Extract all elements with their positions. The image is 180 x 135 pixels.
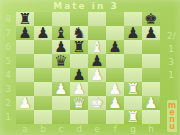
file-label-h: h xyxy=(142,124,160,135)
piece-black-pawn-b7[interactable]: ♟ xyxy=(36,26,49,40)
file-label-a: a xyxy=(16,124,34,135)
square-b6[interactable] xyxy=(34,40,52,54)
square-c3[interactable]: ♟ xyxy=(52,82,70,96)
square-e2[interactable]: ♚ xyxy=(88,96,106,110)
piece-black-pawn-g7[interactable]: ♟ xyxy=(126,26,139,40)
square-c2[interactable] xyxy=(52,96,70,110)
square-g1[interactable]: ♜ xyxy=(124,110,142,124)
rank-label-8: 8 xyxy=(0,12,16,26)
chess-puzzle-app: Mate in 3 87654321 ♜♚♟♟♝♞♟♟♟♜♝♟♛♟♟♟♟♟♟♜♟… xyxy=(0,0,180,135)
chess-board: ♜♚♟♟♝♞♟♟♟♜♝♟♛♟♟♟♟♟♟♜♟♛♚♟♟♜ xyxy=(16,12,160,124)
piece-black-pawn-h7[interactable]: ♟ xyxy=(144,26,157,40)
square-e4[interactable]: ♟ xyxy=(88,68,106,82)
square-f2[interactable]: ♟ xyxy=(106,96,124,110)
piece-white-rook-g1[interactable]: ♜ xyxy=(126,110,139,124)
square-d1[interactable] xyxy=(70,110,88,124)
square-b7[interactable]: ♟ xyxy=(34,26,52,40)
file-label-b: b xyxy=(34,124,52,135)
file-label-g: g xyxy=(124,124,142,135)
square-f8[interactable] xyxy=(106,12,124,26)
square-a4[interactable] xyxy=(16,68,34,82)
piece-white-pawn-f2[interactable]: ♟ xyxy=(108,96,121,110)
square-d6[interactable]: ♜ xyxy=(70,40,88,54)
rank-label-5: 5 xyxy=(0,54,16,68)
piece-white-rook-g3[interactable]: ♜ xyxy=(126,82,139,96)
square-f6[interactable]: ♟ xyxy=(106,40,124,54)
file-label-f: f xyxy=(106,124,124,135)
file-label-e: e xyxy=(88,124,106,135)
square-b4[interactable] xyxy=(34,68,52,82)
rank-label-1: 1 xyxy=(0,110,16,124)
rank-label-3: 3 xyxy=(0,82,16,96)
square-g3[interactable]: ♜ xyxy=(124,82,142,96)
square-b3[interactable] xyxy=(34,82,52,96)
square-a1[interactable] xyxy=(16,110,34,124)
square-g5[interactable] xyxy=(124,54,142,68)
rank-label-6: 6 xyxy=(0,40,16,54)
square-a7[interactable]: ♟ xyxy=(16,26,34,40)
square-b5[interactable] xyxy=(34,54,52,68)
piece-white-pawn-a2[interactable]: ♟ xyxy=(18,96,31,110)
piece-white-pawn-h2[interactable]: ♟ xyxy=(144,96,157,110)
piece-black-rook-d6[interactable]: ♜ xyxy=(72,40,85,54)
rank-label-4: 4 xyxy=(0,68,16,82)
square-a2[interactable]: ♟ xyxy=(16,96,34,110)
square-g6[interactable] xyxy=(124,40,142,54)
square-a6[interactable] xyxy=(16,40,34,54)
piece-white-king-e2[interactable]: ♚ xyxy=(90,96,103,110)
square-d2[interactable]: ♛ xyxy=(70,96,88,110)
piece-black-queen-c5[interactable]: ♛ xyxy=(54,54,67,68)
file-labels: abcdefgh xyxy=(16,124,160,135)
square-h1[interactable] xyxy=(142,110,160,124)
square-f5[interactable] xyxy=(106,54,124,68)
square-h6[interactable] xyxy=(142,40,160,54)
square-g7[interactable]: ♟ xyxy=(124,26,142,40)
square-h5[interactable] xyxy=(142,54,160,68)
puzzle-counter: 2/131 xyxy=(167,30,175,82)
piece-white-pawn-c3[interactable]: ♟ xyxy=(54,82,67,96)
square-c1[interactable] xyxy=(52,110,70,124)
piece-black-pawn-a7[interactable]: ♟ xyxy=(18,26,31,40)
file-label-d: d xyxy=(70,124,88,135)
menu-button[interactable]: menu xyxy=(167,100,177,132)
piece-white-pawn-e4[interactable]: ♟ xyxy=(90,68,103,82)
rank-label-7: 7 xyxy=(0,26,16,40)
square-h2[interactable]: ♟ xyxy=(142,96,160,110)
file-label-c: c xyxy=(52,124,70,135)
piece-black-pawn-f6[interactable]: ♟ xyxy=(108,40,121,54)
square-a5[interactable] xyxy=(16,54,34,68)
square-c5[interactable]: ♛ xyxy=(52,54,70,68)
square-e8[interactable] xyxy=(88,12,106,26)
square-b1[interactable] xyxy=(34,110,52,124)
square-f1[interactable] xyxy=(106,110,124,124)
rank-labels: 87654321 xyxy=(0,12,16,124)
rank-label-2: 2 xyxy=(0,96,16,110)
square-h4[interactable] xyxy=(142,68,160,82)
piece-white-queen-d2[interactable]: ♛ xyxy=(72,96,85,110)
square-e1[interactable] xyxy=(88,110,106,124)
square-h7[interactable]: ♟ xyxy=(142,26,160,40)
square-b2[interactable] xyxy=(34,96,52,110)
